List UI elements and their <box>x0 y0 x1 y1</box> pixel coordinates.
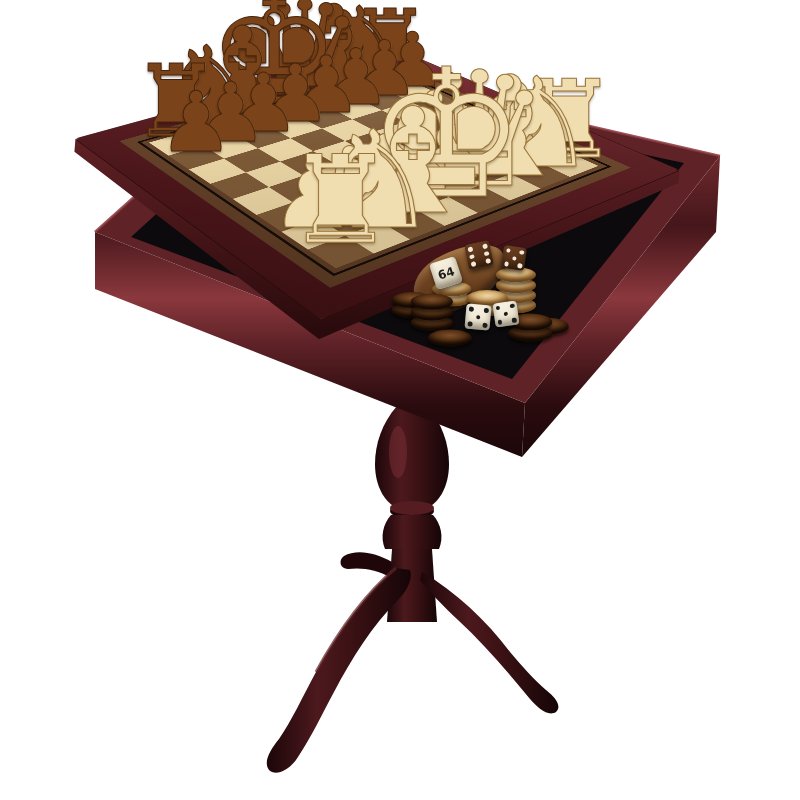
die-pip <box>467 321 472 326</box>
die-pip <box>504 312 509 317</box>
die-pip <box>484 251 489 256</box>
die-pip <box>512 256 517 261</box>
die-pip <box>506 248 511 253</box>
dark-die[interactable] <box>501 245 527 271</box>
white-die[interactable] <box>492 300 519 327</box>
die-pip <box>518 263 523 268</box>
die-pip <box>485 258 490 263</box>
die-pip <box>467 247 472 252</box>
die-pip <box>482 323 487 328</box>
die-pip <box>469 254 474 259</box>
die-pip <box>484 308 489 313</box>
game-table-photo: ♜♟♟♜♞♟♟♞♝♟♟♝♛♟♟♛♚♟♟♚♝♟♟♝♞♟♟♞♜♟♟♜64 <box>0 0 800 800</box>
dark-pawn[interactable]: ♟ <box>159 81 234 164</box>
die-pip <box>482 243 487 248</box>
white-die[interactable] <box>464 303 491 330</box>
light-rook[interactable]: ♜ <box>286 140 395 262</box>
die-pip <box>497 320 502 325</box>
die-pip <box>510 303 515 308</box>
die-pip <box>504 262 509 267</box>
die-pip <box>471 261 476 266</box>
dark-checker[interactable] <box>428 329 472 346</box>
die-pip <box>519 250 524 255</box>
pieces-and-contents: ♜♟♟♜♞♟♟♞♝♟♟♝♛♟♟♛♚♟♟♚♝♟♟♝♞♟♟♞♜♟♟♜64 <box>0 0 800 800</box>
die-pip <box>512 318 517 323</box>
die-pip <box>476 315 481 320</box>
die-pip <box>469 306 474 311</box>
die-pip <box>495 305 500 310</box>
